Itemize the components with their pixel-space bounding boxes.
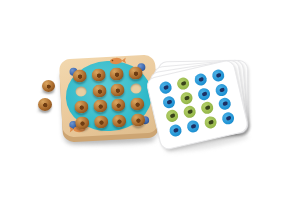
peg-cell xyxy=(90,83,109,99)
card-dot-blue xyxy=(218,97,232,111)
board-surface xyxy=(59,55,159,138)
peg-grid xyxy=(70,65,147,131)
sea-creature-print-icon xyxy=(166,99,172,104)
card-dot-blue xyxy=(221,111,235,125)
sea-creature-print-icon xyxy=(173,128,179,133)
peg-cell xyxy=(73,114,92,130)
card-dot-blue xyxy=(162,95,176,109)
sea-creature-print-icon xyxy=(219,87,225,92)
sea-creature-print-icon xyxy=(204,106,210,111)
sea-creature-print-icon xyxy=(215,73,221,78)
loose-peg[interactable] xyxy=(42,80,55,92)
sea-creature-print-icon xyxy=(190,124,196,129)
sea-creature-print-icon xyxy=(222,101,228,106)
peg-cell xyxy=(110,113,129,129)
peg[interactable] xyxy=(130,97,145,111)
card-dot-blue xyxy=(158,81,172,95)
card-dot-green xyxy=(183,105,197,119)
sea-creature-print-icon xyxy=(180,81,186,86)
peg[interactable] xyxy=(93,99,108,113)
peg-cell xyxy=(109,97,128,113)
sea-creature-print-icon xyxy=(225,116,231,121)
sea-creature-print-icon xyxy=(198,77,204,82)
peg-cell xyxy=(108,82,127,98)
card-dot-blue xyxy=(211,69,225,83)
sea-creature-print-icon xyxy=(187,110,193,115)
peg[interactable] xyxy=(112,114,127,128)
memory-board xyxy=(59,55,159,144)
card-dot-blue xyxy=(194,73,208,87)
card-dot-green xyxy=(179,91,193,105)
peg-cell xyxy=(127,96,146,112)
empty-hole xyxy=(75,86,87,97)
sea-creature-print-icon xyxy=(208,120,214,125)
peg[interactable] xyxy=(74,100,89,114)
peg[interactable] xyxy=(73,69,88,83)
peg-cell xyxy=(128,112,147,128)
peg-cell xyxy=(91,113,110,129)
card-dot-grid xyxy=(155,67,238,140)
empty-hole-cell xyxy=(127,81,146,97)
peg-cell xyxy=(70,68,89,84)
card-dot-blue xyxy=(214,83,228,97)
card-dot-green xyxy=(165,109,179,123)
sea-creature-print-icon xyxy=(163,85,169,90)
card-dot-green xyxy=(203,115,217,129)
peg[interactable] xyxy=(92,84,107,98)
peg[interactable] xyxy=(94,115,109,129)
card-stack[interactable] xyxy=(151,56,255,156)
product-photo xyxy=(0,0,293,219)
empty-hole-cell xyxy=(71,83,90,99)
card-dot-green xyxy=(176,77,190,91)
peg-cell xyxy=(107,66,126,82)
loose-peg[interactable] xyxy=(38,98,52,111)
card-dot-blue xyxy=(186,119,200,133)
peg[interactable] xyxy=(110,67,125,81)
card-dot-green xyxy=(200,101,214,115)
peg-cell xyxy=(89,67,108,83)
peg-cell xyxy=(126,65,145,81)
card-dot-blue xyxy=(197,87,211,101)
peg-cell xyxy=(72,99,91,115)
empty-hole xyxy=(130,84,142,95)
peg[interactable] xyxy=(110,83,125,97)
fish-icon xyxy=(109,56,126,66)
peg[interactable] xyxy=(128,66,143,80)
sea-creature-print-icon xyxy=(201,91,207,96)
peg[interactable] xyxy=(131,113,146,127)
sea-creature-print-icon xyxy=(184,95,190,100)
sea-creature-print-icon xyxy=(169,114,175,119)
peg[interactable] xyxy=(91,68,106,82)
peg[interactable] xyxy=(75,116,90,130)
card-dot-blue xyxy=(168,123,182,137)
peg-cell xyxy=(90,98,109,114)
peg[interactable] xyxy=(111,98,126,112)
